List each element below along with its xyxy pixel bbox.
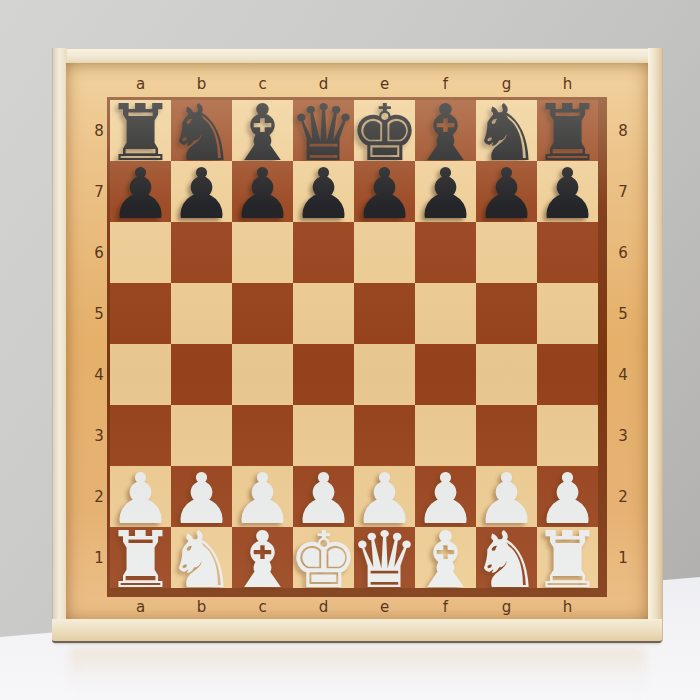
rank-right-1-label: 1 [610,527,636,588]
black-pawn-h7[interactable]: ♟ [536,164,599,225]
rank-right-5-label: 5 [610,283,636,344]
black-pawn-c7[interactable]: ♟ [231,164,294,225]
square-a3[interactable] [110,405,171,466]
square-c1[interactable]: ♝ [232,527,293,588]
rank-right-3-label: 3 [610,405,636,466]
square-c7[interactable]: ♟ [232,161,293,222]
square-h7[interactable]: ♟ [537,161,598,222]
white-bishop-f1[interactable]: ♝ [411,530,481,591]
square-g7[interactable]: ♟ [476,161,537,222]
square-f3[interactable] [415,405,476,466]
square-b7[interactable]: ♟ [171,161,232,222]
square-h4[interactable] [537,344,598,405]
square-d6[interactable] [293,222,354,283]
square-f8[interactable]: ♝ [415,100,476,161]
square-a7[interactable]: ♟ [110,161,171,222]
square-c3[interactable] [232,405,293,466]
rank-labels-right: 87654321 [610,100,636,588]
square-c5[interactable] [232,283,293,344]
square-b6[interactable] [171,222,232,283]
black-pawn-e7[interactable]: ♟ [353,164,416,225]
square-a6[interactable] [110,222,171,283]
square-f1[interactable]: ♝ [415,527,476,588]
square-e8[interactable]: ♚ [354,100,415,161]
square-h8[interactable]: ♜ [537,100,598,161]
square-g3[interactable] [476,405,537,466]
rank-right-6-label: 6 [610,222,636,283]
square-a5[interactable] [110,283,171,344]
black-pawn-b7[interactable]: ♟ [170,164,233,225]
square-h5[interactable] [537,283,598,344]
white-rook-a1[interactable]: ♜ [106,530,176,591]
square-e3[interactable] [354,405,415,466]
square-e5[interactable] [354,283,415,344]
square-a1[interactable]: ♜ [110,527,171,588]
photo-scene: abcdefgh abcdefgh 87654321 87654321 ♜♞♝♛… [0,0,700,700]
square-h3[interactable] [537,405,598,466]
square-e4[interactable] [354,344,415,405]
white-king-d1[interactable]: ♚ [289,530,359,591]
square-b5[interactable] [171,283,232,344]
rank-right-2-label: 2 [610,466,636,527]
frame-right-rail [648,48,663,641]
white-knight-g1[interactable]: ♞ [472,530,542,591]
square-e7[interactable]: ♟ [354,161,415,222]
square-g5[interactable] [476,283,537,344]
square-d7[interactable]: ♟ [293,161,354,222]
white-rook-h1[interactable]: ♜ [533,530,603,591]
square-d4[interactable] [293,344,354,405]
white-queen-e1[interactable]: ♛ [350,530,420,591]
square-e1[interactable]: ♛ [354,527,415,588]
square-f4[interactable] [415,344,476,405]
square-c4[interactable] [232,344,293,405]
square-f7[interactable]: ♟ [415,161,476,222]
square-f5[interactable] [415,283,476,344]
square-c8[interactable]: ♝ [232,100,293,161]
square-b3[interactable] [171,405,232,466]
square-b1[interactable]: ♞ [171,527,232,588]
square-a4[interactable] [110,344,171,405]
rank-right-4-label: 4 [610,344,636,405]
square-g4[interactable] [476,344,537,405]
square-h6[interactable] [537,222,598,283]
chess-board-grid: ♜♞♝♛♚♝♞♜♟♟♟♟♟♟♟♟♟♟♟♟♟♟♟♟♜♞♝♚♛♝♞♜ [107,97,607,597]
square-h1[interactable]: ♜ [537,527,598,588]
square-g8[interactable]: ♞ [476,100,537,161]
board-reflection [70,648,645,698]
black-pawn-a7[interactable]: ♟ [109,164,172,225]
square-d8[interactable]: ♛ [293,100,354,161]
square-d3[interactable] [293,405,354,466]
square-g6[interactable] [476,222,537,283]
frame-left-rail [52,48,67,641]
square-b4[interactable] [171,344,232,405]
rank-right-7-label: 7 [610,161,636,222]
frame-bottom-rail [52,619,662,643]
rank-right-8-label: 8 [610,100,636,161]
square-c6[interactable] [232,222,293,283]
square-f6[interactable] [415,222,476,283]
square-a8[interactable]: ♜ [110,100,171,161]
black-pawn-d7[interactable]: ♟ [292,164,355,225]
black-pawn-g7[interactable]: ♟ [475,164,538,225]
black-pawn-f7[interactable]: ♟ [414,164,477,225]
square-d5[interactable] [293,283,354,344]
square-g1[interactable]: ♞ [476,527,537,588]
square-b8[interactable]: ♞ [171,100,232,161]
white-bishop-c1[interactable]: ♝ [228,530,298,591]
square-d1[interactable]: ♚ [293,527,354,588]
square-e6[interactable] [354,222,415,283]
white-knight-b1[interactable]: ♞ [167,530,237,591]
